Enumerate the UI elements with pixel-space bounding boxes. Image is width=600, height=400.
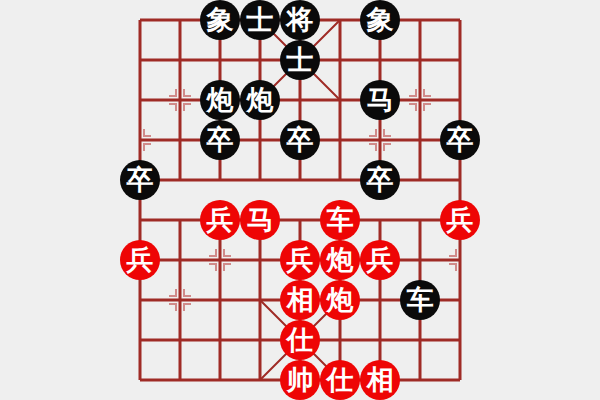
- piece-black-elephant[interactable]: 象: [200, 0, 240, 40]
- piece-black-advisor[interactable]: 士: [280, 40, 320, 80]
- piece-red-chariot[interactable]: 车: [320, 200, 360, 240]
- piece-red-elephant[interactable]: 相: [360, 360, 400, 400]
- piece-black-pawn[interactable]: 卒: [280, 120, 320, 160]
- piece-red-pawn[interactable]: 兵: [360, 240, 400, 280]
- piece-black-pawn[interactable]: 卒: [440, 120, 480, 160]
- xiangqi-app-screen: 象士将象士炮炮马卒卒卒卒卒车兵马车兵兵兵炮兵相炮仕帅仕相: [0, 0, 600, 400]
- piece-red-elephant[interactable]: 相: [280, 280, 320, 320]
- piece-black-chariot[interactable]: 车: [400, 280, 440, 320]
- piece-red-king[interactable]: 帅: [280, 360, 320, 400]
- piece-black-horse[interactable]: 马: [360, 80, 400, 120]
- piece-black-elephant[interactable]: 象: [360, 0, 400, 40]
- piece-black-king[interactable]: 将: [280, 0, 320, 40]
- piece-red-advisor[interactable]: 仕: [320, 360, 360, 400]
- piece-red-horse[interactable]: 马: [240, 200, 280, 240]
- piece-red-pawn[interactable]: 兵: [200, 200, 240, 240]
- piece-red-pawn[interactable]: 兵: [440, 200, 480, 240]
- piece-red-advisor[interactable]: 仕: [280, 320, 320, 360]
- piece-red-cannon[interactable]: 炮: [320, 240, 360, 280]
- piece-black-pawn[interactable]: 卒: [200, 120, 240, 160]
- piece-red-pawn[interactable]: 兵: [120, 240, 160, 280]
- piece-black-pawn[interactable]: 卒: [120, 160, 160, 200]
- piece-red-pawn[interactable]: 兵: [280, 240, 320, 280]
- piece-black-advisor[interactable]: 士: [240, 0, 280, 40]
- piece-red-cannon[interactable]: 炮: [320, 280, 360, 320]
- piece-black-cannon[interactable]: 炮: [240, 80, 280, 120]
- piece-black-cannon[interactable]: 炮: [200, 80, 240, 120]
- piece-black-pawn[interactable]: 卒: [360, 160, 400, 200]
- pieces-layer: 象士将象士炮炮马卒卒卒卒卒车兵马车兵兵兵炮兵相炮仕帅仕相: [120, 0, 480, 400]
